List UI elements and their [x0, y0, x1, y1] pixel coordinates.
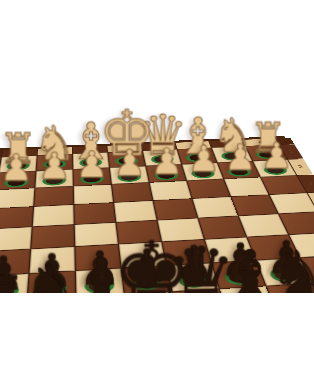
pawn-icon: ♟	[76, 146, 109, 183]
square-c2[interactable]: ♟	[182, 163, 223, 181]
square-h2[interactable]: ♟	[0, 171, 36, 189]
square-e3[interactable]	[112, 183, 153, 202]
rank-label-3: 3	[298, 175, 314, 193]
chess-set-photo: HGFEDCBA1♜♞♝♚♛♝♞♜12♟♟♟♟♟♟♟♟2334455667♟♟♟…	[0, 95, 314, 293]
square-f3[interactable]	[74, 185, 113, 205]
square-d4[interactable]	[153, 199, 197, 220]
square-a2[interactable]: ♟	[253, 160, 296, 177]
square-g2[interactable]: ♟	[35, 170, 72, 188]
pawn-icon: ♟	[0, 149, 33, 186]
square-f2[interactable]: ♟	[73, 168, 111, 186]
pawn-icon: ♟	[150, 143, 183, 179]
pawn-icon: ♟	[260, 138, 292, 174]
square-e4[interactable]	[114, 201, 156, 222]
square-g3[interactable]	[34, 186, 73, 206]
square-h3[interactable]	[0, 188, 34, 208]
board-scene: HGFEDCBA1♜♞♝♚♛♝♞♜12♟♟♟♟♟♟♟♟2334455667♟♟♟…	[0, 95, 314, 293]
square-c3[interactable]	[187, 179, 230, 198]
pawn-icon: ♟	[187, 141, 219, 177]
rook-icon: ♜	[0, 267, 27, 293]
pawn-icon: ♟	[113, 144, 146, 181]
board-3d-wrap: HGFEDCBA1♜♞♝♚♛♝♞♜12♟♟♟♟♟♟♟♟2334455667♟♟♟…	[0, 136, 314, 293]
pawn-icon: ♟	[38, 147, 71, 184]
square-b2[interactable]: ♟	[218, 161, 260, 178]
square-a4[interactable]	[270, 193, 314, 214]
rank-label-text: 2	[297, 165, 304, 169]
square-d2[interactable]: ♟	[146, 165, 186, 183]
square-g4[interactable]	[33, 205, 74, 227]
square-f4[interactable]	[74, 203, 115, 224]
square-c4[interactable]	[193, 197, 238, 218]
knight-icon: ♞	[21, 257, 81, 293]
rank-label-text: 3	[307, 181, 314, 185]
page-root: { "game": "chess", "position": "rnbqkbnr…	[0, 0, 314, 369]
square-h4[interactable]	[0, 207, 33, 229]
square-d3[interactable]	[150, 181, 192, 200]
chess-board: HGFEDCBA1♜♞♝♚♛♝♞♜12♟♟♟♟♟♟♟♟2334455667♟♟♟…	[0, 136, 314, 293]
pawn-icon: ♟	[224, 139, 256, 175]
square-e2[interactable]: ♟	[110, 166, 149, 184]
